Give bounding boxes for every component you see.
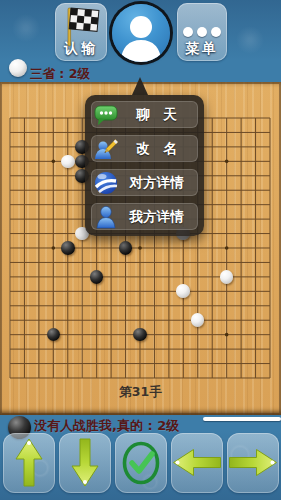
white-stone xyxy=(191,313,205,327)
opponent-name-rank: 三省 : 2级 xyxy=(30,66,90,83)
arrow-up-icon xyxy=(3,433,55,493)
rename-pencil-icon xyxy=(91,137,121,161)
white-stone xyxy=(220,270,234,284)
chat-bubble-icon xyxy=(91,104,121,126)
person-icon xyxy=(91,205,121,229)
resign-button[interactable]: 认输 xyxy=(55,3,107,61)
player-avatar[interactable] xyxy=(112,4,170,62)
menu-item-opponent-details-label: 对方详情 xyxy=(121,174,198,192)
confirm-button[interactable] xyxy=(115,433,167,493)
avatar-person-icon xyxy=(112,4,170,62)
black-stone xyxy=(47,328,61,342)
next-move-button[interactable] xyxy=(227,433,279,493)
three-dots-icon xyxy=(177,27,227,37)
menu-item-my-details-label: 我方详情 xyxy=(121,208,198,226)
black-stone xyxy=(119,241,133,255)
menu-item-rename-label: 改 名 xyxy=(121,140,198,158)
popup-arrow xyxy=(132,77,148,95)
scroll-up-button[interactable] xyxy=(3,433,55,493)
white-stone xyxy=(61,155,75,169)
checkered-flag-icon xyxy=(60,5,102,47)
menu-label: 菜单 xyxy=(185,40,219,58)
move-number-label: 第31手 xyxy=(0,384,281,401)
popup-menu: 聊 天 改 名 xyxy=(85,95,204,236)
opponent-stone-icon xyxy=(9,59,27,77)
arrow-right-icon xyxy=(227,433,279,493)
scroll-down-button[interactable] xyxy=(59,433,111,493)
timer-bar xyxy=(203,417,281,421)
black-stone xyxy=(61,241,75,255)
check-circle-icon xyxy=(115,433,167,493)
globe-ball-icon xyxy=(91,171,121,195)
white-stone xyxy=(176,284,190,298)
menu-item-opponent-details[interactable]: 对方详情 xyxy=(91,169,198,196)
menu-item-chat-label: 聊 天 xyxy=(121,106,198,124)
black-stone xyxy=(133,328,147,342)
menu-item-my-details[interactable]: 我方详情 xyxy=(91,203,198,230)
prev-move-button[interactable] xyxy=(171,433,223,493)
game-screen: 认输 菜单 三省 : 2级 第31手 聊 天 xyxy=(0,0,281,500)
arrow-left-icon xyxy=(171,433,223,493)
black-stone xyxy=(90,270,104,284)
menu-item-chat[interactable]: 聊 天 xyxy=(91,101,198,128)
menu-item-rename[interactable]: 改 名 xyxy=(91,135,198,162)
arrow-down-icon xyxy=(59,433,111,493)
menu-button[interactable]: 菜单 xyxy=(177,3,227,61)
